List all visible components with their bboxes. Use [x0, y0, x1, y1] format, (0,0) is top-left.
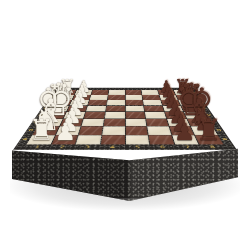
board-square — [149, 135, 174, 144]
board-square — [108, 95, 125, 100]
coordinate-label: C — [211, 121, 217, 124]
coordinate-label: 7 — [185, 145, 191, 149]
coordinate-label: G — [195, 96, 200, 98]
board-square — [125, 119, 146, 126]
board-square — [167, 119, 190, 126]
board-square — [143, 100, 162, 105]
board-square — [179, 100, 199, 105]
board-square — [101, 135, 125, 144]
coordinate-label: 2 — [59, 145, 65, 149]
board-square — [47, 106, 69, 112]
board-square — [54, 95, 73, 100]
coordinate-label: E — [202, 107, 207, 109]
board-square — [70, 100, 90, 105]
board-square — [181, 106, 203, 112]
board-square — [90, 95, 108, 100]
board-square — [63, 112, 85, 119]
board-square — [159, 95, 178, 100]
board-square — [188, 119, 212, 126]
board-square — [33, 126, 59, 134]
board-square — [88, 100, 107, 105]
board-square — [172, 135, 199, 144]
board-square — [84, 112, 105, 119]
board-square — [125, 135, 149, 144]
board-square — [125, 95, 142, 100]
board-square — [169, 126, 194, 134]
board-square — [146, 119, 168, 126]
coordinate-label: A — [221, 138, 228, 142]
board-square — [195, 135, 223, 144]
board-square — [176, 95, 195, 100]
board-square — [147, 126, 171, 134]
board-square — [102, 126, 124, 134]
board-grid — [26, 90, 223, 144]
board-square — [144, 106, 164, 112]
coordinate-label: 5 — [135, 145, 140, 149]
coordinate-label: B — [216, 129, 223, 132]
board-square — [56, 126, 81, 134]
board-square — [125, 112, 145, 119]
coordinate-label: D — [206, 114, 212, 116]
coordinate-label: 3 — [85, 145, 91, 149]
board-square — [184, 112, 207, 119]
board-square — [106, 106, 125, 112]
board-square — [67, 106, 88, 112]
board-square — [125, 100, 143, 105]
board-square — [107, 100, 125, 105]
board-square — [72, 95, 91, 100]
board-square — [104, 119, 125, 126]
board-square — [165, 112, 187, 119]
coordinate-label: 1 — [34, 145, 41, 149]
coordinate-label: H — [192, 92, 197, 94]
board-square — [51, 135, 78, 144]
board-square — [43, 112, 66, 119]
chess-set-photo: 12345678 ABCDEFGH ABCDEFGH ♜♞♝♚♛♝♞♜♟♟♟♟♟… — [0, 0, 250, 250]
coordinate-label: 8 — [209, 145, 216, 149]
board-square — [82, 119, 104, 126]
board-square — [161, 100, 181, 105]
chess-board: 12345678 ABCDEFGH ABCDEFGH — [13, 88, 237, 150]
board-square — [142, 95, 160, 100]
board-square — [125, 106, 144, 112]
board-square — [79, 126, 103, 134]
coordinate-label: 4 — [110, 145, 115, 149]
board-square — [163, 106, 184, 112]
board-square — [51, 100, 71, 105]
board-square — [125, 126, 147, 134]
board-square — [38, 119, 62, 126]
board-square — [86, 106, 106, 112]
coordinate-label: F — [199, 102, 204, 104]
board-square — [76, 135, 101, 144]
coordinate-label: 6 — [160, 145, 166, 149]
board-square — [145, 112, 166, 119]
board-square — [191, 126, 217, 134]
board-square — [60, 119, 83, 126]
board-square — [105, 112, 125, 119]
